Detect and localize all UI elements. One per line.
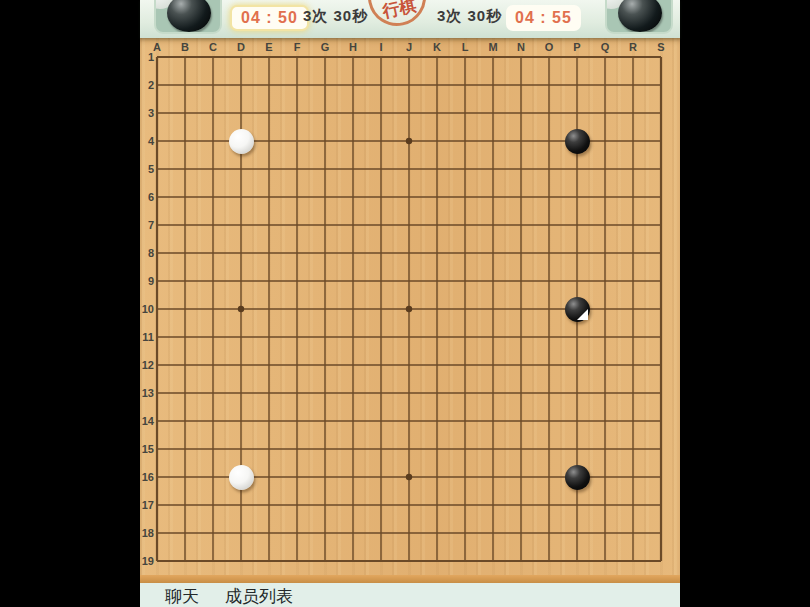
black-stone-P4[interactable]	[565, 129, 590, 154]
bottom-tab-bar: 聊天 成员列表	[140, 583, 680, 607]
game-screen: 04 : 50 3次 30秒 行棋 3次 30秒 04 : 55 ABCDEFG…	[140, 0, 680, 607]
right-clock-time: 04 : 55	[515, 9, 572, 26]
go-board[interactable]: ABCDEFGHIJKLMNOPQRS 12345678910111213141…	[140, 38, 680, 575]
board-bottom-edge	[140, 575, 680, 583]
white-stone-D16[interactable]	[229, 465, 254, 490]
tab-chat[interactable]: 聊天	[165, 585, 199, 607]
black-stone-avatar-icon	[618, 0, 662, 32]
stones-grid	[143, 43, 675, 575]
right-player-clock: 04 : 55	[506, 5, 581, 31]
black-stone-P16[interactable]	[565, 465, 590, 490]
left-clock-time: 04 : 50	[241, 9, 298, 26]
last-move-marker-icon	[577, 309, 588, 320]
right-player-avatar[interactable]	[605, 0, 673, 34]
game-header: 04 : 50 3次 30秒 行棋 3次 30秒 04 : 55	[140, 0, 680, 38]
tab-member-list[interactable]: 成员列表	[225, 585, 293, 607]
turn-stamp-label: 行棋	[380, 0, 418, 23]
white-stone-D4[interactable]	[229, 129, 254, 154]
black-stone-P10[interactable]	[565, 297, 590, 322]
left-player-byoyomi: 3次 30秒	[303, 7, 368, 26]
turn-stamp-seal-icon: 行棋	[363, 0, 432, 31]
app-window: 04 : 50 3次 30秒 行棋 3次 30秒 04 : 55 ABCDEFG…	[0, 0, 810, 607]
black-stone-avatar-icon	[167, 0, 211, 32]
right-player-byoyomi: 3次 30秒	[437, 7, 502, 26]
left-player-clock: 04 : 50	[230, 5, 309, 31]
left-player-avatar[interactable]	[154, 0, 222, 34]
